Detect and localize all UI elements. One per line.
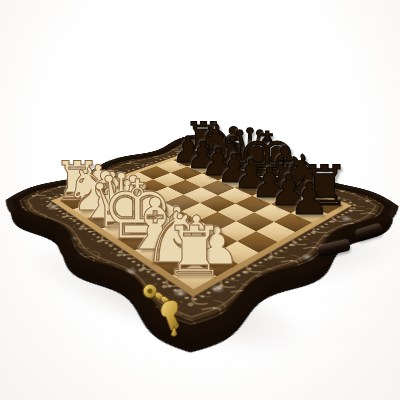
square-f1 — [135, 240, 176, 263]
square-h2 — [196, 252, 239, 276]
square-h4 — [237, 231, 277, 252]
square-g2 — [176, 241, 217, 264]
square-f2 — [157, 230, 197, 251]
square-h3 — [217, 241, 258, 264]
brass-latch-icon — [128, 270, 200, 344]
scene: Ornate hand-carved walnut chess board ph… — [0, 0, 400, 400]
square-g3 — [197, 231, 237, 252]
square-g6 — [254, 204, 291, 222]
square-b1 — [73, 201, 109, 218]
